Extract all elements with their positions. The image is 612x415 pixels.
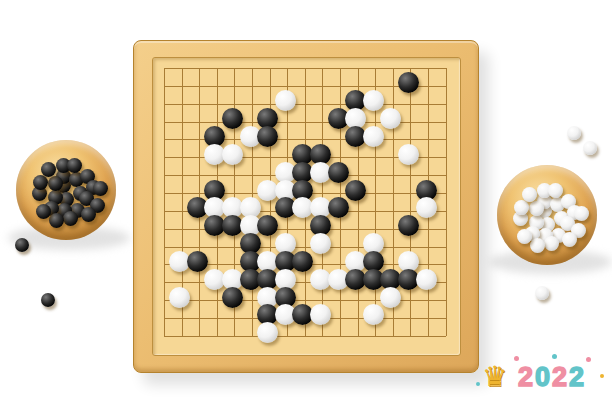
sparkle-dot bbox=[552, 354, 557, 359]
stone-black bbox=[36, 204, 51, 219]
stone-white bbox=[222, 144, 243, 165]
stone-black bbox=[15, 238, 29, 252]
logo-2022: ♛ 2022 bbox=[474, 352, 606, 404]
logo-digit: 0 bbox=[535, 362, 552, 392]
stone-white bbox=[310, 233, 331, 254]
stone-white bbox=[562, 232, 577, 247]
stone-white bbox=[530, 238, 545, 253]
stone-white bbox=[416, 197, 437, 218]
stone-black bbox=[81, 207, 96, 222]
stone-black bbox=[93, 181, 108, 196]
stone-black bbox=[48, 176, 63, 191]
stone-white bbox=[416, 269, 437, 290]
stone-white bbox=[380, 108, 401, 129]
stone-black bbox=[222, 108, 243, 129]
grid-line-horizontal bbox=[164, 122, 446, 123]
stone-white bbox=[544, 236, 559, 251]
sparkle-dot bbox=[600, 374, 604, 378]
stone-black bbox=[67, 158, 82, 173]
stone-white bbox=[529, 201, 544, 216]
stone-black bbox=[398, 72, 419, 93]
go-board bbox=[133, 40, 479, 373]
stone-black bbox=[222, 287, 243, 308]
logo-digit: 2 bbox=[569, 362, 586, 392]
white-stone-bowl bbox=[497, 165, 597, 265]
logo-digit: 2 bbox=[518, 362, 535, 392]
stone-black bbox=[328, 162, 349, 183]
stone-white bbox=[583, 141, 597, 155]
stone-white bbox=[169, 287, 190, 308]
grid-line-horizontal bbox=[164, 247, 446, 248]
grid-line-vertical bbox=[164, 68, 165, 336]
stone-white bbox=[535, 286, 549, 300]
grid-line-vertical bbox=[410, 68, 411, 336]
stone-black bbox=[41, 293, 55, 307]
stone-white bbox=[517, 229, 532, 244]
stone-black bbox=[33, 175, 48, 190]
grid-line-horizontal bbox=[164, 104, 446, 105]
sparkle-dot bbox=[586, 357, 591, 362]
stone-black bbox=[345, 180, 366, 201]
stone-white bbox=[398, 144, 419, 165]
stone-white bbox=[380, 287, 401, 308]
sparkle-dot bbox=[514, 356, 519, 361]
stone-black bbox=[398, 215, 419, 236]
grid-line-vertical bbox=[446, 68, 447, 336]
grid-line-horizontal bbox=[164, 300, 446, 301]
stone-black bbox=[257, 215, 278, 236]
stone-white bbox=[574, 206, 589, 221]
grid-line-horizontal bbox=[164, 336, 446, 337]
stone-white bbox=[363, 304, 384, 325]
stone-white bbox=[567, 126, 581, 140]
stone-white bbox=[522, 187, 537, 202]
stone-black bbox=[63, 211, 78, 226]
stone-white bbox=[275, 90, 296, 111]
stone-white bbox=[363, 126, 384, 147]
stone-white bbox=[514, 200, 529, 215]
stone-white bbox=[548, 183, 563, 198]
stone-white bbox=[257, 322, 278, 343]
sparkle-dot bbox=[476, 382, 480, 386]
stone-white bbox=[363, 90, 384, 111]
stone-black bbox=[41, 162, 56, 177]
go-illustration-canvas: { "game": "go", "description": "Decorati… bbox=[0, 0, 612, 415]
crown-icon: ♛ bbox=[482, 360, 507, 393]
logo-year: 2022 bbox=[518, 362, 586, 393]
stone-white bbox=[310, 304, 331, 325]
grid-line-horizontal bbox=[164, 68, 446, 69]
stone-black bbox=[328, 197, 349, 218]
stone-black bbox=[187, 251, 208, 272]
stone-black bbox=[257, 126, 278, 147]
black-stone-bowl bbox=[16, 140, 116, 240]
logo-digit: 2 bbox=[552, 362, 569, 392]
stone-black bbox=[292, 251, 313, 272]
board-field bbox=[152, 57, 461, 356]
stone-black bbox=[49, 213, 64, 228]
